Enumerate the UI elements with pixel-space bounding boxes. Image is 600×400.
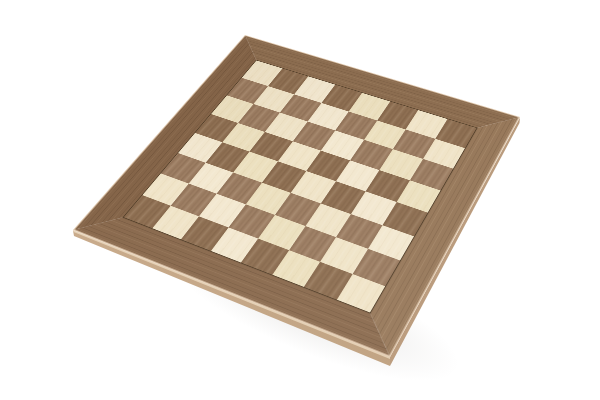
chessboard-product-photo — [0, 0, 600, 400]
